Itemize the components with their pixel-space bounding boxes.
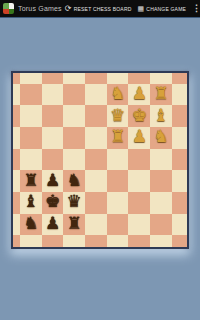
piece-bK[interactable]: ♚	[45, 193, 60, 210]
square[interactable]	[150, 192, 172, 214]
square[interactable]	[85, 214, 107, 236]
square[interactable]	[172, 149, 187, 171]
square[interactable]: ♜	[150, 84, 172, 106]
square[interactable]: ♜	[20, 170, 42, 192]
square[interactable]	[85, 73, 107, 84]
square[interactable]	[107, 149, 129, 171]
square[interactable]	[128, 73, 150, 84]
square[interactable]: ♟	[42, 214, 64, 236]
piece-bP[interactable]: ♟	[45, 215, 60, 232]
square[interactable]	[172, 105, 187, 127]
app-logo-tile	[9, 9, 15, 15]
square[interactable]: ♟	[128, 84, 150, 106]
square[interactable]	[13, 149, 20, 171]
square[interactable]	[85, 105, 107, 127]
square[interactable]	[85, 235, 107, 247]
square[interactable]	[63, 127, 85, 149]
square[interactable]: ♞	[63, 170, 85, 192]
square[interactable]	[107, 170, 129, 192]
square[interactable]	[150, 73, 172, 84]
square[interactable]	[172, 192, 187, 214]
square[interactable]	[150, 170, 172, 192]
action-bar-buttons: ⟳ RESET CHESS BOARD ▦ CHANGE GAME ⋮	[62, 0, 200, 17]
square[interactable]	[128, 192, 150, 214]
square[interactable]: ♞	[20, 214, 42, 236]
piece-wK[interactable]: ♚	[132, 107, 147, 124]
square[interactable]	[85, 149, 107, 171]
square[interactable]	[20, 149, 42, 171]
square[interactable]	[63, 73, 85, 84]
square[interactable]	[150, 235, 172, 247]
square[interactable]	[172, 84, 187, 106]
change-game-button[interactable]: ▦ CHANGE GAME	[135, 0, 190, 17]
square[interactable]	[13, 214, 20, 236]
square[interactable]: ♚	[42, 192, 64, 214]
square[interactable]	[63, 149, 85, 171]
app-title: Torus Games	[18, 5, 62, 12]
square[interactable]: ♛	[107, 105, 129, 127]
square[interactable]	[85, 84, 107, 106]
refresh-icon: ⟳	[65, 5, 72, 13]
square[interactable]	[42, 127, 64, 149]
piece-wP[interactable]: ♟	[132, 128, 147, 145]
square[interactable]	[20, 127, 42, 149]
square[interactable]	[42, 235, 64, 247]
square[interactable]: ♞	[107, 84, 129, 106]
square[interactable]	[63, 235, 85, 247]
square[interactable]: ♞	[150, 127, 172, 149]
square[interactable]	[63, 84, 85, 106]
square[interactable]	[13, 84, 20, 106]
square[interactable]	[20, 105, 42, 127]
square[interactable]	[107, 192, 129, 214]
square[interactable]	[42, 73, 64, 84]
square[interactable]	[172, 235, 187, 247]
square[interactable]	[63, 105, 85, 127]
square[interactable]	[128, 214, 150, 236]
piece-bB[interactable]: ♝	[23, 193, 38, 210]
piece-bQ[interactable]: ♛	[67, 193, 82, 210]
square[interactable]	[13, 127, 20, 149]
game-grid-icon: ▦	[138, 5, 145, 13]
app-logo-icon	[3, 3, 14, 14]
square[interactable]: ♝	[150, 105, 172, 127]
piece-wR[interactable]: ♜	[110, 128, 125, 145]
action-bar: Torus Games ⟳ RESET CHESS BOARD ▦ CHANGE…	[0, 0, 200, 18]
square[interactable]: ♝	[20, 192, 42, 214]
square[interactable]: ♛	[63, 192, 85, 214]
piece-wB[interactable]: ♝	[153, 107, 168, 124]
square[interactable]	[13, 170, 20, 192]
piece-wN[interactable]: ♞	[153, 128, 168, 145]
square[interactable]	[172, 214, 187, 236]
piece-bP[interactable]: ♟	[45, 172, 60, 189]
piece-bN[interactable]: ♞	[67, 172, 82, 189]
square[interactable]	[13, 192, 20, 214]
square[interactable]	[20, 235, 42, 247]
square[interactable]	[172, 170, 187, 192]
square[interactable]: ♜	[63, 214, 85, 236]
square[interactable]	[20, 84, 42, 106]
chess-board-frame: ♞♟♜♛♚♝♜♟♞♜♟♞♝♚♛♞♟♜	[11, 71, 189, 249]
square[interactable]	[107, 73, 129, 84]
square[interactable]	[107, 214, 129, 236]
torus-chess-board[interactable]: ♞♟♜♛♚♝♜♟♞♜♟♞♝♚♛♞♟♜	[13, 73, 187, 247]
square[interactable]	[172, 127, 187, 149]
piece-bR[interactable]: ♜	[23, 172, 38, 189]
square[interactable]	[13, 73, 20, 84]
piece-bN[interactable]: ♞	[23, 215, 38, 232]
square[interactable]	[13, 105, 20, 127]
square[interactable]: ♚	[128, 105, 150, 127]
torus-games-screen: Torus Games ⟳ RESET CHESS BOARD ▦ CHANGE…	[0, 0, 200, 320]
square[interactable]: ♜	[107, 127, 129, 149]
reset-chess-board-button[interactable]: ⟳ RESET CHESS BOARD	[62, 0, 135, 17]
square[interactable]	[150, 149, 172, 171]
square[interactable]	[42, 105, 64, 127]
square[interactable]	[85, 127, 107, 149]
square[interactable]: ♟	[42, 170, 64, 192]
square[interactable]	[172, 73, 187, 84]
piece-wN[interactable]: ♞	[110, 85, 125, 102]
piece-wQ[interactable]: ♛	[110, 107, 125, 124]
square[interactable]	[20, 73, 42, 84]
change-game-label: CHANGE GAME	[146, 6, 186, 12]
square[interactable]	[85, 192, 107, 214]
square[interactable]	[13, 235, 20, 247]
square[interactable]	[42, 149, 64, 171]
square[interactable]	[107, 235, 129, 247]
square[interactable]	[150, 214, 172, 236]
square[interactable]	[128, 149, 150, 171]
square[interactable]	[128, 235, 150, 247]
square[interactable]	[85, 170, 107, 192]
reset-chess-board-label: RESET CHESS BOARD	[74, 6, 132, 12]
piece-wR[interactable]: ♜	[153, 85, 168, 102]
piece-wP[interactable]: ♟	[132, 85, 147, 102]
square[interactable]: ♟	[128, 127, 150, 149]
square[interactable]	[128, 170, 150, 192]
square[interactable]	[42, 84, 64, 106]
piece-bR[interactable]: ♜	[67, 215, 82, 232]
overflow-menu-button[interactable]: ⋮	[189, 4, 200, 13]
